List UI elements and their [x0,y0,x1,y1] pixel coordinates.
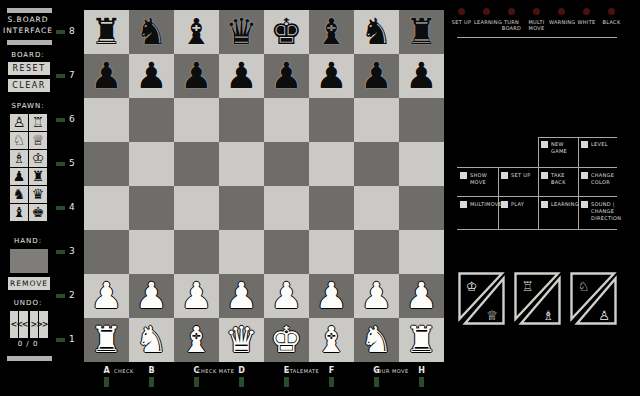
button-square-icon [501,172,508,179]
multimove-button[interactable]: MULTIMOVE [457,197,497,229]
set-up-button[interactable]: SET UP [498,168,538,196]
status-label-check-mate: CHECK MATE [197,368,234,374]
set-up-led [458,8,465,15]
white-led [583,8,590,15]
square-c5[interactable] [174,142,219,186]
turn-board-led [508,8,515,15]
file-led-h [419,377,424,387]
black-bishop: ♝ [315,10,347,54]
white-king: ♚ [270,318,302,362]
square-g3[interactable] [354,230,399,274]
undo-section-label: UNDO: [0,299,56,307]
square-e3[interactable] [264,230,309,274]
square-b7[interactable]: ♟ [129,54,174,98]
square-d1[interactable]: ♛ [219,318,264,362]
chess-board: ♜♞♝♛♚♝♞♜♟♟♟♟♟♟♟♟♟♟♟♟♟♟♟♟♜♞♝♛♚♝♞♜ [84,10,444,362]
title-divider-bottom [7,40,52,45]
file-led-d [239,377,244,387]
sidebar-divider-bottom [7,356,52,361]
board-section-label: BOARD: [0,51,56,59]
white-pawn: ♟ [90,274,122,318]
app-title-line2: INTERFACE [0,26,56,35]
button-label: SET UP [511,172,538,179]
clear-button[interactable]: CLEAR [8,79,50,92]
sound-change-direction-button[interactable]: SOUND | CHANGE DIRECTION [578,197,618,229]
square-g2[interactable]: ♟ [354,274,399,318]
bishop-icon: ♗ [542,308,554,323]
button-square-icon [541,141,548,148]
black-pawn: ♟ [315,54,347,98]
button-square-icon [501,201,508,208]
square-h2[interactable]: ♟ [399,274,444,318]
spawn-black-king-button[interactable]: ♚ [29,204,47,221]
change-color-button[interactable]: CHANGE COLOR [578,168,618,196]
rank-label-6: 6 [56,114,82,126]
square-a4[interactable] [84,186,129,230]
square-a7[interactable]: ♟ [84,54,129,98]
square-g5[interactable] [354,142,399,186]
rank-led-2 [56,294,65,298]
rank-number: 1 [69,334,75,344]
piece-box-rook-bishop[interactable]: ♖ ♗ [514,272,561,325]
spawn-white-knight-button[interactable]: ♘ [10,132,28,149]
button-square-icon [581,201,588,208]
black-pawn: ♟ [135,54,167,98]
square-c1[interactable]: ♝ [174,318,219,362]
square-f8[interactable]: ♝ [309,10,354,54]
square-b2[interactable]: ♟ [129,274,174,318]
square-h3[interactable] [399,230,444,274]
button-label: TAKE BACK [551,172,578,186]
rank-label-2: 2 [56,290,82,302]
rank-label-8: 8 [56,26,82,38]
square-g8[interactable]: ♞ [354,10,399,54]
black-pawn: ♟ [360,54,392,98]
app-title-line1: S.BOARD [0,15,56,24]
rank-number: 6 [69,114,75,124]
indicator-multi-move: MULTI MOVE [524,8,549,31]
square-h7[interactable]: ♟ [399,54,444,98]
white-pawn: ♟ [180,274,212,318]
button-label: LEVEL [591,141,618,148]
square-f2[interactable]: ♟ [309,274,354,318]
hand-slot[interactable] [10,249,48,273]
level-button[interactable]: LEVEL [578,137,618,167]
square-b1[interactable]: ♞ [129,318,174,362]
undo-back-button[interactable]: <<< [10,311,28,338]
undo-forward-button[interactable]: >>> [30,311,48,338]
spawn-black-knight-button[interactable]: ♞ [10,186,28,203]
square-e6[interactable] [264,98,309,142]
spawn-white-bishop-button[interactable]: ♗ [10,150,28,167]
square-c3[interactable] [174,230,219,274]
indicator-set-up: SET UP [449,8,474,25]
square-a5[interactable] [84,142,129,186]
indicator-turn-board: TURN BOARD [499,8,524,31]
square-f7[interactable]: ♟ [309,54,354,98]
knight-icon: ♘ [578,279,590,294]
square-c7[interactable]: ♟ [174,54,219,98]
white-bishop: ♝ [180,318,212,362]
black-led [608,8,615,15]
square-e5[interactable] [264,142,309,186]
white-bishop: ♝ [315,318,347,362]
rank-number: 3 [69,246,75,256]
status-label-your-move: YOUR MOVE [374,368,409,374]
play-button[interactable]: PLAY [498,197,538,229]
black-pawn: ♟ [180,54,212,98]
square-f1[interactable]: ♝ [309,318,354,362]
white-pawn: ♟ [405,274,437,318]
file-led-f [329,377,334,387]
queen-icon: ♕ [486,308,498,323]
button-square-icon [541,172,548,179]
rank-led-5 [56,162,65,166]
black-pawn: ♟ [90,54,122,98]
rank-label-7: 7 [56,70,82,82]
square-a3[interactable] [84,230,129,274]
rank-number: 8 [69,26,75,36]
button-square-icon [460,201,467,208]
square-e8[interactable]: ♚ [264,10,309,54]
reset-button[interactable]: RESET [8,62,50,75]
square-a1[interactable]: ♜ [84,318,129,362]
spawn-white-pawn-button[interactable]: ♙ [10,114,28,131]
file-led-c [194,377,199,387]
rank-number: 2 [69,290,75,300]
file-led-e [284,377,289,387]
white-pawn: ♟ [360,274,392,318]
square-c8[interactable]: ♝ [174,10,219,54]
square-a8[interactable]: ♜ [84,10,129,54]
pawn-icon: ♙ [598,308,610,323]
piece-box-knight-pawn[interactable]: ♘ ♙ [570,272,617,325]
square-h1[interactable]: ♜ [399,318,444,362]
led-row-divider [457,37,617,38]
indicator-black: BLACK [599,8,624,25]
button-label: NEW GAME [551,141,578,155]
rank-label-4: 4 [56,202,82,214]
king-icon: ♔ [466,279,478,294]
spawn-white-king-button[interactable]: ♔ [29,150,47,167]
rank-label-3: 3 [56,246,82,258]
button-label: PLAY [511,201,538,208]
status-label-stalemate: STALEMATE [286,368,319,374]
square-g4[interactable] [354,186,399,230]
spawn-section-label: SPAWN: [0,102,56,110]
rank-number: 7 [69,70,75,80]
square-h8[interactable]: ♜ [399,10,444,54]
show-move-button[interactable]: SHOW MOVE [457,168,497,196]
learning-button[interactable]: LEARNING [538,197,578,229]
square-e2[interactable]: ♟ [264,274,309,318]
square-c4[interactable] [174,186,219,230]
button-label: MULTIMOVE [470,201,497,208]
square-d8[interactable]: ♛ [219,10,264,54]
spawn-white-queen-button[interactable]: ♕ [29,132,47,149]
warning-led [558,8,565,15]
indicator-learning: LEARNING [474,8,499,25]
led-label: TURN BOARD [499,19,524,31]
square-f5[interactable] [309,142,354,186]
spawn-piece-grid: ♙♖♘♕♗♔♟♜♞♛♝♚ [10,114,47,221]
white-queen: ♛ [225,318,257,362]
piece-box-king-queen[interactable]: ♔ ♕ [458,272,505,325]
square-g6[interactable] [354,98,399,142]
led-label: LEARNING [474,19,499,25]
white-rook: ♜ [405,318,437,362]
square-b8[interactable]: ♞ [129,10,174,54]
button-label: SOUND | CHANGE DIRECTION [591,201,618,222]
square-h5[interactable] [399,142,444,186]
file-led-b [149,377,154,387]
led-label: BLACK [599,19,624,25]
square-e1[interactable]: ♚ [264,318,309,362]
square-b5[interactable] [129,142,174,186]
button-square-icon [460,172,467,179]
rank-led-3 [56,250,65,254]
rank-led-6 [56,118,65,122]
square-e7[interactable]: ♟ [264,54,309,98]
square-d7[interactable]: ♟ [219,54,264,98]
black-rook: ♜ [405,10,437,54]
square-d3[interactable] [219,230,264,274]
panel-line-bottom [457,229,617,230]
spawn-black-bishop-button[interactable]: ♝ [10,204,28,221]
undo-controls: <<< >>> [10,311,48,338]
button-square-icon [581,172,588,179]
button-label: LEARNING [551,201,578,208]
black-pawn: ♟ [225,54,257,98]
square-b6[interactable] [129,98,174,142]
square-b3[interactable] [129,230,174,274]
button-square-icon [541,201,548,208]
square-f4[interactable] [309,186,354,230]
rank-led-8 [56,30,65,34]
remove-button[interactable]: REMOVE [8,277,50,290]
rank-number: 4 [69,202,75,212]
square-g7[interactable]: ♟ [354,54,399,98]
rank-label-5: 5 [56,158,82,170]
square-e4[interactable] [264,186,309,230]
rank-number: 5 [69,158,75,168]
spawn-black-queen-button[interactable]: ♛ [29,186,47,203]
status-label-check: CHECK [114,368,134,374]
square-h6[interactable] [399,98,444,142]
indicator-warning: WARNING [549,8,574,25]
title-divider-top [7,8,52,13]
button-label: SHOW MOVE [470,172,497,186]
multi-move-led [533,8,540,15]
rank-led-4 [56,206,65,210]
learning-led [483,8,490,15]
black-pawn: ♟ [270,54,302,98]
black-pawn: ♟ [405,54,437,98]
square-g1[interactable]: ♞ [354,318,399,362]
led-label: WARNING [549,19,574,25]
led-label: SET UP [449,19,474,25]
new-game-button[interactable]: NEW GAME [538,137,578,167]
rank-led-1 [56,338,65,342]
file-label-b: B [129,366,174,375]
file-led-g [374,377,379,387]
square-d4[interactable] [219,186,264,230]
black-knight: ♞ [360,10,392,54]
white-rook: ♜ [90,318,122,362]
white-pawn: ♟ [225,274,257,318]
black-rook: ♜ [90,10,122,54]
square-d2[interactable]: ♟ [219,274,264,318]
square-c6[interactable] [174,98,219,142]
spawn-white-rook-button[interactable]: ♖ [29,114,47,131]
white-pawn: ♟ [270,274,302,318]
spawn-black-pawn-button[interactable]: ♟ [10,168,28,185]
square-c2[interactable]: ♟ [174,274,219,318]
spawn-black-rook-button[interactable]: ♜ [29,168,47,185]
square-b4[interactable] [129,186,174,230]
rank-led-7 [56,74,65,78]
square-h4[interactable] [399,186,444,230]
white-knight: ♞ [360,318,392,362]
led-label: WHITE [574,19,599,25]
square-a6[interactable] [84,98,129,142]
black-queen: ♛ [225,10,257,54]
rook-icon: ♖ [522,279,534,294]
undo-counter: 0 / 0 [0,340,56,348]
square-a2[interactable]: ♟ [84,274,129,318]
rank-label-1: 1 [56,334,82,346]
button-label: CHANGE COLOR [591,172,618,186]
square-f6[interactable] [309,98,354,142]
white-knight: ♞ [135,318,167,362]
file-led-a [104,377,109,387]
chess-computer-interface: S.BOARD INTERFACE BOARD: RESET CLEAR SPA… [0,0,640,396]
black-knight: ♞ [135,10,167,54]
black-king: ♚ [270,10,302,54]
square-d6[interactable] [219,98,264,142]
button-square-icon [581,141,588,148]
black-bishop: ♝ [180,10,212,54]
white-pawn: ♟ [135,274,167,318]
white-pawn: ♟ [315,274,347,318]
square-f3[interactable] [309,230,354,274]
hand-section-label: HAND: [0,237,56,245]
square-d5[interactable] [219,142,264,186]
take-back-button[interactable]: TAKE BACK [538,168,578,196]
led-label: MULTI MOVE [524,19,549,31]
indicator-white: WHITE [574,8,599,25]
